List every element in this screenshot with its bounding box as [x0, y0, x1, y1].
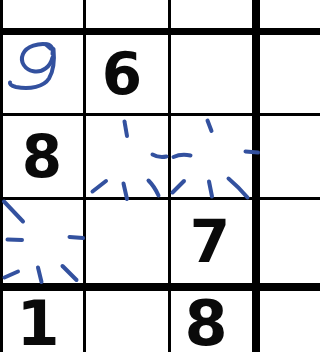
cell-r4c4[interactable]: [252, 198, 320, 283]
cell-r2c3[interactable]: [168, 31, 252, 114]
cell-r1c2[interactable]: [84, 0, 168, 31]
printed-digit: 6: [102, 45, 142, 103]
grid-line-vertical-left: [0, 0, 3, 352]
printed-digit: 1: [16, 293, 59, 352]
printed-digit: 7: [190, 213, 230, 271]
cell-r5c4[interactable]: [252, 283, 320, 352]
grid-line-horizontal-box-thick-bottom: [0, 283, 320, 291]
cell-r1c3[interactable]: [168, 0, 252, 31]
cell-r3c3[interactable]: [168, 114, 252, 198]
cell-r2c4[interactable]: [252, 31, 320, 114]
printed-digit: 8: [22, 128, 62, 186]
cell-r3c1[interactable]: 8: [0, 114, 84, 198]
printed-digit: 8: [184, 293, 227, 352]
sudoku-board: 6 8 7 1 8: [0, 0, 320, 352]
cell-r5c3[interactable]: 8: [168, 283, 252, 352]
grid-line-vertical-1: [83, 0, 86, 352]
cell-grid: 6 8 7 1 8: [0, 0, 320, 352]
grid-line-horizontal-2: [0, 197, 320, 200]
cell-r2c2[interactable]: 6: [84, 31, 168, 114]
grid-line-horizontal-box-thick-top: [0, 28, 320, 35]
cell-r4c1[interactable]: [0, 198, 84, 283]
cell-r4c2[interactable]: [84, 198, 168, 283]
grid-line-horizontal-1: [0, 113, 320, 116]
cell-r2c1[interactable]: [0, 31, 84, 114]
cell-r5c2[interactable]: [84, 283, 168, 352]
cell-r3c2[interactable]: [84, 114, 168, 198]
cell-r3c4[interactable]: [252, 114, 320, 198]
cell-r4c3[interactable]: 7: [168, 198, 252, 283]
cell-r1c4[interactable]: [252, 0, 320, 31]
cell-r1c1[interactable]: [0, 0, 84, 31]
grid-line-vertical-2: [168, 0, 171, 352]
cell-r5c1[interactable]: 1: [0, 283, 84, 352]
grid-line-vertical-box-thick: [252, 0, 260, 352]
